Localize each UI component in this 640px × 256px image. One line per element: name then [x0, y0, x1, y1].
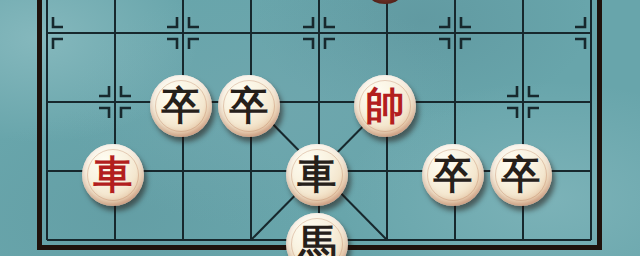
piece-character: 卒	[162, 86, 201, 125]
piece-character: 馬	[298, 224, 337, 256]
piece-character: 卒	[502, 155, 541, 194]
piece-black-soldier[interactable]: 卒	[150, 75, 212, 137]
piece-black-soldier[interactable]: 卒	[218, 75, 280, 137]
piece-character: 車	[298, 155, 337, 194]
pieces-layer: 卒卒帥車車卒卒馬	[0, 0, 640, 256]
piece-black-soldier[interactable]: 卒	[490, 144, 552, 206]
piece-character: 車	[94, 155, 133, 194]
piece-character: 卒	[434, 155, 473, 194]
piece-black-soldier[interactable]: 卒	[422, 144, 484, 206]
piece-black-horse[interactable]: 馬	[286, 213, 348, 256]
piece-character: 帥	[366, 86, 405, 125]
piece-red-general[interactable]: 帥	[354, 75, 416, 137]
piece-red-chariot[interactable]: 車	[82, 144, 144, 206]
piece-character: 卒	[230, 86, 269, 125]
piece-black-chariot[interactable]: 車	[286, 144, 348, 206]
xiangqi-board[interactable]: 卒卒帥車車卒卒馬	[0, 0, 640, 256]
